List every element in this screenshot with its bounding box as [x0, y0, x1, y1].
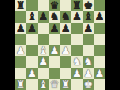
square-b5[interactable] — [26, 34, 37, 45]
square-e5[interactable] — [60, 34, 71, 45]
black-pawn-icon: ♟ — [95, 11, 104, 22]
square-e7[interactable]: ♞ — [60, 11, 71, 22]
square-g7[interactable]: ♝ — [83, 11, 94, 22]
square-b6[interactable]: ♟ — [26, 23, 37, 34]
black-bishop-icon: ♝ — [27, 11, 36, 22]
square-h7[interactable]: ♟ — [94, 11, 105, 22]
square-f8[interactable]: ♜ — [71, 0, 82, 11]
black-rook-icon: ♜ — [72, 0, 81, 11]
white-pawn-icon: ♟ — [27, 68, 36, 79]
square-d1[interactable]: ♛ — [49, 79, 60, 90]
black-bishop-icon: ♝ — [83, 11, 92, 22]
white-bishop-icon: ♝ — [38, 79, 47, 90]
square-c3[interactable]: ♟ — [38, 56, 49, 67]
white-pawn-icon: ♟ — [95, 68, 104, 79]
square-b7[interactable]: ♝ — [26, 11, 37, 22]
square-g3[interactable]: ♞ — [83, 56, 94, 67]
square-g8[interactable]: ♚ — [83, 0, 94, 11]
square-c4[interactable]: ♝ — [38, 45, 49, 56]
black-pawn-icon: ♟ — [61, 23, 70, 34]
square-c7[interactable]: ♟ — [38, 11, 49, 22]
square-d4[interactable]: ♟ — [49, 45, 60, 56]
square-d8[interactable]: ♛ — [49, 0, 60, 11]
square-h6[interactable] — [94, 23, 105, 34]
square-a2[interactable] — [15, 68, 26, 79]
square-g6[interactable]: ♟ — [83, 23, 94, 34]
black-pawn-icon: ♟ — [27, 23, 36, 34]
square-h8[interactable] — [94, 0, 105, 11]
black-queen-icon: ♛ — [50, 0, 59, 11]
white-knight-icon: ♞ — [83, 56, 92, 67]
square-e2[interactable] — [60, 68, 71, 79]
square-f5[interactable] — [71, 34, 82, 45]
square-g1[interactable]: ♚ — [83, 79, 94, 90]
square-c5[interactable] — [38, 34, 49, 45]
square-g4[interactable] — [83, 45, 94, 56]
square-a8[interactable]: ♜ — [15, 0, 26, 11]
black-rook-icon: ♜ — [16, 0, 25, 11]
square-c1[interactable]: ♝ — [38, 79, 49, 90]
square-c8[interactable] — [38, 0, 49, 11]
square-c6[interactable] — [38, 23, 49, 34]
square-f6[interactable] — [71, 23, 82, 34]
letterbox-left — [0, 0, 15, 90]
white-pawn-icon: ♟ — [83, 68, 92, 79]
app-window: ♜♛♜♚♝♟♞♞♟♝♟♟♟♟♟♟♟♝♟♟♟♞♞♟♟♟♟♜♝♛♜♚ — [0, 0, 120, 90]
black-pawn-icon: ♟ — [50, 23, 59, 34]
square-d3[interactable] — [49, 56, 60, 67]
square-g5[interactable] — [83, 34, 94, 45]
white-pawn-icon: ♟ — [72, 68, 81, 79]
square-b8[interactable] — [26, 0, 37, 11]
white-knight-icon: ♞ — [72, 56, 81, 67]
square-d7[interactable]: ♞ — [49, 11, 60, 22]
square-f7[interactable]: ♟ — [71, 11, 82, 22]
square-h3[interactable] — [94, 56, 105, 67]
square-b1[interactable] — [26, 79, 37, 90]
square-d6[interactable]: ♟ — [49, 23, 60, 34]
square-f3[interactable]: ♞ — [71, 56, 82, 67]
square-f4[interactable] — [71, 45, 82, 56]
white-pawn-icon: ♟ — [50, 45, 59, 56]
square-f1[interactable] — [71, 79, 82, 90]
square-a5[interactable] — [15, 34, 26, 45]
white-king-icon: ♚ — [83, 79, 92, 90]
square-b3[interactable] — [26, 56, 37, 67]
black-knight-icon: ♞ — [61, 11, 70, 22]
white-rook-icon: ♜ — [16, 79, 25, 90]
square-a4[interactable]: ♟ — [15, 45, 26, 56]
white-queen-icon: ♛ — [50, 79, 59, 90]
black-pawn-icon: ♟ — [83, 23, 92, 34]
square-h2[interactable]: ♟ — [94, 68, 105, 79]
square-e4[interactable]: ♟ — [60, 45, 71, 56]
square-e3[interactable] — [60, 56, 71, 67]
black-pawn-icon: ♟ — [38, 11, 47, 22]
square-a7[interactable] — [15, 11, 26, 22]
white-bishop-icon: ♝ — [38, 45, 47, 56]
chess-board: ♜♛♜♚♝♟♞♞♟♝♟♟♟♟♟♟♟♝♟♟♟♞♞♟♟♟♟♜♝♛♜♚ — [15, 0, 105, 90]
square-h5[interactable] — [94, 34, 105, 45]
square-b4[interactable] — [26, 45, 37, 56]
square-d2[interactable] — [49, 68, 60, 79]
black-pawn-icon: ♟ — [72, 11, 81, 22]
black-king-icon: ♚ — [83, 0, 92, 11]
square-f2[interactable]: ♟ — [71, 68, 82, 79]
square-e8[interactable] — [60, 0, 71, 11]
square-a3[interactable] — [15, 56, 26, 67]
square-a1[interactable]: ♜ — [15, 79, 26, 90]
square-e1[interactable]: ♜ — [60, 79, 71, 90]
letterbox-right — [105, 0, 120, 90]
white-pawn-icon: ♟ — [38, 56, 47, 67]
white-pawn-icon: ♟ — [61, 45, 70, 56]
square-c2[interactable] — [38, 68, 49, 79]
square-a6[interactable]: ♟ — [15, 23, 26, 34]
square-g2[interactable]: ♟ — [83, 68, 94, 79]
square-b2[interactable]: ♟ — [26, 68, 37, 79]
square-h4[interactable] — [94, 45, 105, 56]
black-knight-icon: ♞ — [50, 11, 59, 22]
white-pawn-icon: ♟ — [16, 45, 25, 56]
square-e6[interactable]: ♟ — [60, 23, 71, 34]
square-d5[interactable] — [49, 34, 60, 45]
square-h1[interactable] — [94, 79, 105, 90]
black-pawn-icon: ♟ — [16, 23, 25, 34]
white-rook-icon: ♜ — [61, 79, 70, 90]
